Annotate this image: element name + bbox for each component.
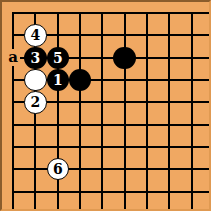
board-intersection: [69, 47, 91, 69]
board-intersection: [2, 180, 24, 202]
board-intersection: [180, 47, 202, 69]
board-cut-edge: [203, 113, 209, 135]
white-stone: [24, 69, 47, 92]
board-intersection: [24, 180, 46, 202]
board-intersection: [158, 180, 180, 202]
board-intersection: [91, 2, 113, 24]
board-intersection: [47, 24, 69, 46]
board-intersection: [91, 47, 113, 69]
board-intersection: [47, 180, 69, 202]
board-intersection: [91, 24, 113, 46]
board-intersection: [91, 180, 113, 202]
board-intersection: [2, 158, 24, 180]
board-intersection: [69, 2, 91, 24]
board-intersection: [136, 2, 158, 24]
board-cut-edge: [203, 69, 209, 91]
board-intersection: [136, 180, 158, 202]
board-cut-edge: [203, 136, 209, 158]
board-cut-edge: [180, 203, 202, 209]
board-cut-edge: [24, 203, 46, 209]
board-intersection: [24, 136, 46, 158]
board-cut-edge: [203, 47, 209, 69]
board-intersection: [2, 136, 24, 158]
go-board-diagram: 435126a: [0, 0, 211, 211]
board-intersection: [91, 113, 113, 135]
board-intersection: [69, 158, 91, 180]
board-intersection: [158, 69, 180, 91]
board-intersection: [113, 69, 135, 91]
board-cut-edge: [203, 91, 209, 113]
board-cut-edge: [203, 180, 209, 202]
board-intersection: [113, 180, 135, 202]
board-intersection: [69, 91, 91, 113]
board-intersection: [69, 24, 91, 46]
board-intersection: [47, 113, 69, 135]
board-intersection: [158, 113, 180, 135]
board-intersection: [180, 180, 202, 202]
board-intersection: [2, 113, 24, 135]
board-intersection: [158, 136, 180, 158]
board-intersection: [91, 69, 113, 91]
board-cut-edge: [113, 203, 135, 209]
board-intersection: [47, 91, 69, 113]
board-intersection: [136, 113, 158, 135]
board-intersection: [2, 91, 24, 113]
board-cut-edge: [136, 203, 158, 209]
board-cut-edge: [47, 203, 69, 209]
board-intersection: [158, 2, 180, 24]
point-label-a: a: [6, 49, 20, 66]
board-intersection: [136, 69, 158, 91]
board-intersection: [180, 113, 202, 135]
board-intersection: [180, 2, 202, 24]
board-intersection: [113, 91, 135, 113]
board-intersection: [2, 24, 24, 46]
board-cut-edge: [203, 203, 209, 209]
board-cut-edge: [203, 158, 209, 180]
board-intersection: [136, 136, 158, 158]
board-intersection: [180, 91, 202, 113]
board-cut-edge: [69, 203, 91, 209]
board-intersection: [24, 158, 46, 180]
board-cut-edge: [203, 2, 209, 24]
board-intersection: [69, 136, 91, 158]
board-intersection: [69, 113, 91, 135]
white-stone-move-4: 4: [24, 24, 47, 47]
board-intersection: [136, 47, 158, 69]
board-cut-edge: [91, 203, 113, 209]
go-board-grid: 435126a: [2, 2, 209, 209]
board-intersection: [158, 24, 180, 46]
board-intersection: [91, 91, 113, 113]
board-intersection: [2, 2, 24, 24]
board-intersection: [113, 113, 135, 135]
board-intersection: [24, 2, 46, 24]
board-intersection: [158, 91, 180, 113]
board-intersection: [91, 136, 113, 158]
board-intersection: [113, 2, 135, 24]
board-intersection: [136, 24, 158, 46]
black-stone-move-3: 3: [24, 47, 47, 70]
board-intersection: [180, 24, 202, 46]
white-stone-move-2: 2: [24, 91, 47, 114]
board-intersection: [91, 158, 113, 180]
black-stone: [113, 47, 136, 70]
board-intersection: [2, 69, 24, 91]
board-intersection: [136, 91, 158, 113]
black-stone-move-1: 1: [47, 69, 70, 92]
board-intersection: [180, 69, 202, 91]
board-intersection: [24, 113, 46, 135]
board-intersection: [69, 180, 91, 202]
board-cut-edge: [203, 24, 209, 46]
board-intersection: [180, 158, 202, 180]
board-intersection: [180, 136, 202, 158]
board-intersection: [158, 158, 180, 180]
board-cut-edge: [2, 203, 24, 209]
board-intersection: [113, 158, 135, 180]
board-intersection: [113, 136, 135, 158]
board-intersection: [136, 158, 158, 180]
board-intersection: [47, 136, 69, 158]
board-intersection: [113, 24, 135, 46]
board-intersection: [47, 2, 69, 24]
black-stone-move-5: 5: [47, 47, 70, 70]
board-cut-edge: [158, 203, 180, 209]
board-intersection: [158, 47, 180, 69]
